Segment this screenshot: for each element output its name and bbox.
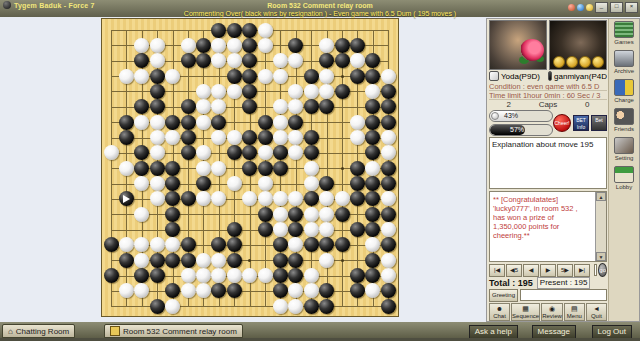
black-stone xyxy=(119,130,134,145)
white-stone xyxy=(150,130,165,145)
black-stone xyxy=(242,130,257,145)
room-title: Room 532 Comment relay room xyxy=(267,2,372,9)
white-stone xyxy=(211,161,226,176)
white-stone xyxy=(381,145,396,160)
white-stone xyxy=(196,268,211,283)
black-stone xyxy=(150,299,165,314)
black-stone xyxy=(288,253,303,268)
black-stone xyxy=(181,253,196,268)
white-stone xyxy=(304,268,319,283)
black-stone xyxy=(319,299,334,314)
black-stone xyxy=(119,253,134,268)
black-stone xyxy=(273,237,288,252)
sound-icon[interactable] xyxy=(577,4,584,11)
black-stone xyxy=(350,222,365,237)
player-photos xyxy=(489,20,607,70)
black-stone xyxy=(242,38,257,53)
black-stone xyxy=(304,237,319,252)
black-stone xyxy=(288,115,303,130)
black-stone xyxy=(165,253,180,268)
greeting-button[interactable]: Greeting xyxy=(489,289,518,302)
black-captures: 0 xyxy=(568,100,607,109)
white-stone xyxy=(288,53,303,68)
white-stone xyxy=(134,283,149,298)
black-stone xyxy=(365,222,380,237)
black-stone xyxy=(288,222,303,237)
white-stone xyxy=(211,130,226,145)
white-stone xyxy=(288,145,303,160)
white-stone xyxy=(134,38,149,53)
window-title: Tygem Baduk - Force 7 xyxy=(14,2,95,9)
nav-last-button[interactable]: ▶| xyxy=(574,264,590,277)
black-stone xyxy=(304,99,319,114)
archive-icon[interactable]: Archive xyxy=(611,50,637,76)
white-stone xyxy=(319,84,334,99)
chat-box[interactable]: ** [Congratulatates] 'lucky0777', in roo… xyxy=(489,191,607,261)
black-stone xyxy=(196,176,211,191)
white-stone xyxy=(365,283,380,298)
black-stone xyxy=(242,99,257,114)
black-stone xyxy=(196,53,211,68)
white-stone xyxy=(319,69,334,84)
black-stone xyxy=(211,115,226,130)
black-stone xyxy=(381,299,396,314)
black-stone xyxy=(365,253,380,268)
white-stone xyxy=(381,69,396,84)
white-stone xyxy=(227,130,242,145)
coin-gift-icons xyxy=(553,56,604,68)
black-stone xyxy=(258,207,273,222)
black-stone xyxy=(227,69,242,84)
black-stone xyxy=(242,23,257,38)
white-stone xyxy=(165,299,180,314)
black-stone xyxy=(365,191,380,206)
black-stone xyxy=(335,207,350,222)
nav-fwd5-button[interactable]: 5▶ xyxy=(557,264,573,277)
white-stone xyxy=(319,222,334,237)
white-stone xyxy=(242,268,257,283)
black-stone xyxy=(365,176,380,191)
black-stone xyxy=(119,115,134,130)
black-stone xyxy=(304,69,319,84)
white-stone-icon xyxy=(489,71,499,81)
palette-icon[interactable] xyxy=(568,4,575,11)
white-stone xyxy=(365,84,380,99)
white-stone xyxy=(304,283,319,298)
black-stone xyxy=(381,283,396,298)
white-stone xyxy=(258,145,273,160)
white-stone xyxy=(150,145,165,160)
white-stone xyxy=(381,130,396,145)
star-point xyxy=(341,259,344,262)
white-stone xyxy=(273,130,288,145)
chat-line: 'lucky0777', in room 532 , xyxy=(493,204,594,213)
black-stone xyxy=(365,145,380,160)
white-stone xyxy=(119,161,134,176)
white-stone xyxy=(211,268,226,283)
chat-button[interactable]: ☻ Chat xyxy=(489,303,510,321)
black-stone xyxy=(181,99,196,114)
scroll-down-icon[interactable]: ▼ xyxy=(596,252,606,261)
black-stone xyxy=(350,69,365,84)
black-stone xyxy=(365,115,380,130)
maximize-button[interactable]: □ xyxy=(610,2,623,13)
black-stone xyxy=(258,115,273,130)
white-stone xyxy=(181,268,196,283)
black-stone xyxy=(181,191,196,206)
black-stone xyxy=(134,145,149,160)
black-stone xyxy=(242,53,257,68)
white-stone xyxy=(304,222,319,237)
white-support-pct: 43% xyxy=(504,112,518,119)
white-stone xyxy=(134,69,149,84)
black-stone xyxy=(134,268,149,283)
white-stone xyxy=(227,84,242,99)
panel-toolbar: ☻ Chat ▦ Sequence ◉ Review ▤ Menu ◄ Quit xyxy=(489,303,607,321)
white-captures: 2 xyxy=(489,100,528,109)
white-stone xyxy=(196,115,211,130)
menu-button[interactable]: ▤ Menu xyxy=(564,303,585,321)
white-stone xyxy=(181,283,196,298)
greeting-input[interactable] xyxy=(520,289,607,301)
black-stone xyxy=(365,130,380,145)
black-stone xyxy=(104,237,119,252)
black-stone xyxy=(242,69,257,84)
black-stone xyxy=(196,38,211,53)
black-stone xyxy=(365,69,380,84)
bet-info-button[interactable]: BET Info xyxy=(573,115,589,131)
black-stone xyxy=(319,237,334,252)
sequence-button[interactable]: ▦ Sequence xyxy=(511,303,540,321)
black-stone xyxy=(119,191,134,206)
star-point xyxy=(341,167,344,170)
black-stone xyxy=(381,161,396,176)
black-player-name: ganmiyan(P4D xyxy=(554,72,607,81)
white-stone xyxy=(319,38,334,53)
white-stone xyxy=(227,176,242,191)
black-stone xyxy=(319,283,334,298)
black-stone xyxy=(258,130,273,145)
white-stone xyxy=(273,299,288,314)
star-point xyxy=(248,259,251,262)
black-stone xyxy=(242,145,257,160)
black-support-bar: 57% xyxy=(489,124,553,136)
white-stone xyxy=(119,237,134,252)
black-stone-icon xyxy=(548,71,552,81)
time-limit-text: Time limit 1hour 0min : 60 Sec / 3 xyxy=(489,91,607,100)
menu-icon: ▤ xyxy=(571,305,578,313)
white-player-name-row: Yoda(P9D) xyxy=(489,71,548,81)
quit-icon: ◄ xyxy=(593,305,600,313)
condition-text: Condition : even game with 6.5 D xyxy=(489,82,607,91)
nav-back-button[interactable]: ◀ xyxy=(523,264,539,277)
app-stone-icon xyxy=(3,1,11,9)
black-player-name-row: ganmiyan(P4D xyxy=(548,71,607,81)
quit-button[interactable]: ◄ Quit xyxy=(586,303,607,321)
white-stone xyxy=(304,207,319,222)
white-stone xyxy=(211,53,226,68)
review-icon: ◉ xyxy=(549,305,555,313)
alert-icon[interactable] xyxy=(586,4,593,11)
white-stone xyxy=(288,191,303,206)
white-stone xyxy=(104,145,119,160)
white-stone xyxy=(150,38,165,53)
white-stone xyxy=(258,268,273,283)
black-stone xyxy=(227,23,242,38)
close-button[interactable]: × xyxy=(625,2,638,13)
white-stone xyxy=(258,69,273,84)
black-stone xyxy=(258,222,273,237)
white-player-photo xyxy=(489,20,547,70)
grid-line xyxy=(111,230,388,231)
white-stone xyxy=(150,115,165,130)
white-stone xyxy=(134,237,149,252)
white-stone xyxy=(350,115,365,130)
sequence-icon: ▦ xyxy=(522,305,529,313)
chat-line: has won a prize of xyxy=(493,213,594,222)
white-stone xyxy=(288,299,303,314)
white-stone xyxy=(150,191,165,206)
black-stone xyxy=(381,84,396,99)
black-stone xyxy=(165,161,180,176)
black-stone xyxy=(181,53,196,68)
white-stone xyxy=(196,283,211,298)
review-button[interactable]: ◉ Review xyxy=(541,303,563,321)
black-stone xyxy=(350,38,365,53)
white-stone xyxy=(227,268,242,283)
white-stone xyxy=(288,99,303,114)
chat-line: 1,350,000 points for xyxy=(493,222,594,231)
black-stone xyxy=(273,283,288,298)
black-stone xyxy=(211,283,226,298)
white-stone xyxy=(273,222,288,237)
black-stone xyxy=(165,283,180,298)
black-stone xyxy=(319,99,334,114)
white-stone xyxy=(288,84,303,99)
chat-icon: ☻ xyxy=(496,305,503,313)
white-stone xyxy=(211,99,226,114)
title-row: Tygem Baduk - Force 7 Room 532 Comment r… xyxy=(0,1,640,9)
black-stone xyxy=(273,161,288,176)
minimize-button[interactable]: _ xyxy=(595,2,608,13)
title-bar: Tygem Baduk - Force 7 Room 532 Comment r… xyxy=(0,0,640,17)
white-support-bar: 43% xyxy=(489,110,553,122)
chat-line: cheering.** xyxy=(493,231,594,240)
black-stone xyxy=(381,207,396,222)
black-stone xyxy=(227,237,242,252)
black-stone xyxy=(350,283,365,298)
go-button[interactable]: go xyxy=(598,263,607,277)
black-stone xyxy=(350,161,365,176)
white-player-name: Yoda(P9D) xyxy=(501,72,540,81)
black-stone xyxy=(319,53,334,68)
black-stone xyxy=(181,145,196,160)
white-stone xyxy=(258,23,273,38)
black-stone xyxy=(211,23,226,38)
right-panel: Yoda(P9D) ganmiyan(P4D Condition : even … xyxy=(486,18,640,322)
black-stone xyxy=(304,191,319,206)
white-stone xyxy=(288,237,303,252)
white-stone xyxy=(196,191,211,206)
black-stone xyxy=(181,130,196,145)
black-stone xyxy=(381,99,396,114)
black-stone xyxy=(350,268,365,283)
white-stone xyxy=(273,207,288,222)
white-stone xyxy=(319,191,334,206)
black-stone xyxy=(211,237,226,252)
total-moves: Total : 195 xyxy=(489,278,533,288)
white-stone xyxy=(211,191,226,206)
black-stone xyxy=(273,268,288,283)
star-point xyxy=(341,75,344,78)
black-stone xyxy=(288,38,303,53)
nav-first-button[interactable]: |◀ xyxy=(489,264,505,277)
white-stone xyxy=(134,207,149,222)
captures-row: 2 Caps 0 xyxy=(489,100,607,109)
present-move: Present : 195 xyxy=(537,277,591,289)
white-stone xyxy=(242,191,257,206)
rose-gift-icon xyxy=(520,39,544,61)
white-stone xyxy=(165,237,180,252)
black-stone xyxy=(150,253,165,268)
black-stone xyxy=(335,53,350,68)
black-stone xyxy=(304,299,319,314)
white-stone xyxy=(211,38,226,53)
setting-icon[interactable]: Setting xyxy=(611,137,637,163)
black-stone xyxy=(150,161,165,176)
nav-back5-button[interactable]: ◀5 xyxy=(506,264,522,277)
tab-comment-relay-room[interactable]: Room 532 Comment relay room xyxy=(104,324,243,338)
black-stone xyxy=(365,207,380,222)
white-stone xyxy=(273,53,288,68)
app-window: Tygem Baduk - Force 7 Room 532 Comment r… xyxy=(0,0,640,341)
white-stone xyxy=(227,53,242,68)
black-stone xyxy=(335,38,350,53)
charge-icon[interactable]: Charge xyxy=(611,79,637,105)
black-stone xyxy=(273,145,288,160)
white-stone xyxy=(211,253,226,268)
black-stone xyxy=(134,99,149,114)
grid-line xyxy=(111,291,388,292)
white-stone xyxy=(258,38,273,53)
black-stone xyxy=(104,268,119,283)
black-stone xyxy=(227,253,242,268)
black-stone xyxy=(165,176,180,191)
white-stone xyxy=(304,84,319,99)
white-stone xyxy=(150,237,165,252)
white-stone xyxy=(381,191,396,206)
white-stone xyxy=(227,38,242,53)
white-stone xyxy=(381,268,396,283)
white-stone xyxy=(273,115,288,130)
black-stone xyxy=(227,145,242,160)
chat-scrollbar[interactable]: ▲ ▼ xyxy=(595,192,606,260)
black-stone xyxy=(165,207,180,222)
white-stone xyxy=(273,99,288,114)
black-stone xyxy=(381,237,396,252)
black-stone xyxy=(335,84,350,99)
black-stone xyxy=(350,176,365,191)
black-stone xyxy=(227,283,242,298)
white-stone xyxy=(196,161,211,176)
white-stone xyxy=(288,283,303,298)
black-stone xyxy=(134,53,149,68)
black-stone xyxy=(365,99,380,114)
white-stone xyxy=(211,84,226,99)
black-stone xyxy=(165,191,180,206)
white-stone xyxy=(304,161,319,176)
white-stone xyxy=(165,130,180,145)
black-player-photo xyxy=(549,20,607,70)
black-stone xyxy=(150,268,165,283)
black-stone xyxy=(304,145,319,160)
black-stone xyxy=(288,207,303,222)
chat-line: ** [Congratulatates] xyxy=(493,195,594,204)
black-stone xyxy=(335,237,350,252)
white-stone xyxy=(150,176,165,191)
black-stone xyxy=(227,222,242,237)
black-stone xyxy=(273,253,288,268)
cheer-button[interactable]: Cheer! xyxy=(553,114,571,132)
black-stone xyxy=(381,115,396,130)
side-icon-column: Games Archive Charge Friends Setting Lob… xyxy=(608,19,639,321)
black-stone xyxy=(242,84,257,99)
nav-fwd-button[interactable]: ▶ xyxy=(540,264,556,277)
move-number-input[interactable] xyxy=(594,264,597,276)
home-icon: ⌂ xyxy=(8,327,13,336)
black-stone xyxy=(165,222,180,237)
white-stone xyxy=(258,176,273,191)
white-stone xyxy=(196,145,211,160)
black-stone xyxy=(150,69,165,84)
black-stone xyxy=(150,99,165,114)
friends-icon[interactable]: Friends xyxy=(611,108,637,134)
white-stone xyxy=(365,161,380,176)
white-stone xyxy=(196,99,211,114)
explanation-box[interactable]: Explanation about move 195 xyxy=(489,137,607,189)
lobby-icon[interactable]: Lobby xyxy=(611,166,637,192)
white-stone xyxy=(134,176,149,191)
black-stone xyxy=(381,176,396,191)
captures-label: Caps xyxy=(528,100,567,109)
white-stone xyxy=(319,253,334,268)
black-stone xyxy=(365,268,380,283)
games-icon[interactable]: Games xyxy=(611,21,637,47)
white-stone xyxy=(134,253,149,268)
white-stone xyxy=(196,253,211,268)
game-result-subtitle: Commenting Over( black wins by resignati… xyxy=(184,10,456,17)
white-stone xyxy=(181,38,196,53)
black-stone xyxy=(319,176,334,191)
black-stone xyxy=(304,130,319,145)
white-stone xyxy=(273,191,288,206)
white-stone xyxy=(165,69,180,84)
black-stone xyxy=(350,191,365,206)
black-stone xyxy=(134,161,149,176)
tab-chatting-room[interactable]: ⌂ Chatting Room xyxy=(2,324,75,338)
black-stone xyxy=(181,237,196,252)
black-stone xyxy=(165,115,180,130)
black-stone xyxy=(365,53,380,68)
white-stone xyxy=(350,53,365,68)
white-stone xyxy=(273,69,288,84)
bet-button[interactable]: Bet xyxy=(591,115,607,131)
black-stone xyxy=(258,161,273,176)
go-board[interactable] xyxy=(101,18,399,317)
scroll-up-icon[interactable]: ▲ xyxy=(596,192,606,201)
white-stone xyxy=(365,237,380,252)
white-stone xyxy=(381,253,396,268)
